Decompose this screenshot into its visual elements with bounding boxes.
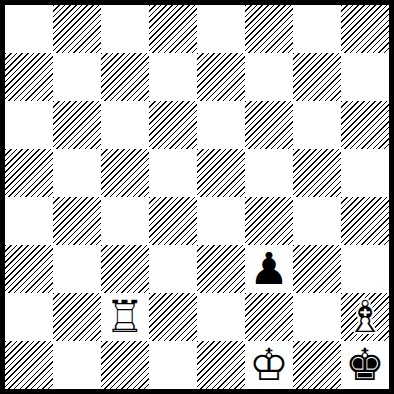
- square-b7[interactable]: [53, 53, 101, 101]
- square-a1[interactable]: [5, 341, 53, 389]
- square-h5[interactable]: [341, 149, 389, 197]
- white-king: ♚♔: [245, 341, 293, 389]
- square-c7[interactable]: [101, 53, 149, 101]
- square-c5[interactable]: [101, 149, 149, 197]
- white-king-glyph: ♔: [249, 341, 288, 389]
- square-c6[interactable]: [101, 101, 149, 149]
- square-f6[interactable]: [245, 101, 293, 149]
- square-g3[interactable]: [293, 245, 341, 293]
- square-b1[interactable]: [53, 341, 101, 389]
- square-e7[interactable]: [197, 53, 245, 101]
- square-f3[interactable]: ♟♟: [245, 245, 293, 293]
- square-f1[interactable]: ♚♔: [245, 341, 293, 389]
- square-d4[interactable]: [149, 197, 197, 245]
- white-rook: ♜♖: [101, 293, 149, 341]
- square-d1[interactable]: [149, 341, 197, 389]
- square-h8[interactable]: [341, 5, 389, 53]
- square-c2[interactable]: ♜♖: [101, 293, 149, 341]
- square-e6[interactable]: [197, 101, 245, 149]
- square-g1[interactable]: [293, 341, 341, 389]
- square-f7[interactable]: [245, 53, 293, 101]
- chess-diagram: ♟♟♜♖♝♗♚♔♚♚: [0, 0, 394, 394]
- white-bishop: ♝♗: [341, 293, 389, 341]
- square-a4[interactable]: [5, 197, 53, 245]
- square-g5[interactable]: [293, 149, 341, 197]
- square-e4[interactable]: [197, 197, 245, 245]
- square-c1[interactable]: [101, 341, 149, 389]
- square-f2[interactable]: [245, 293, 293, 341]
- black-king: ♚♚: [341, 341, 389, 389]
- square-b4[interactable]: [53, 197, 101, 245]
- square-e1[interactable]: [197, 341, 245, 389]
- square-d2[interactable]: [149, 293, 197, 341]
- black-king-glyph: ♚: [345, 341, 384, 389]
- square-h1[interactable]: ♚♚: [341, 341, 389, 389]
- square-f4[interactable]: [245, 197, 293, 245]
- square-a3[interactable]: [5, 245, 53, 293]
- square-a6[interactable]: [5, 101, 53, 149]
- black-pawn: ♟♟: [245, 245, 293, 293]
- square-g4[interactable]: [293, 197, 341, 245]
- square-a7[interactable]: [5, 53, 53, 101]
- square-a8[interactable]: [5, 5, 53, 53]
- square-a2[interactable]: [5, 293, 53, 341]
- square-b2[interactable]: [53, 293, 101, 341]
- square-h6[interactable]: [341, 101, 389, 149]
- chess-board: ♟♟♜♖♝♗♚♔♚♚: [0, 0, 394, 394]
- square-b6[interactable]: [53, 101, 101, 149]
- square-g2[interactable]: [293, 293, 341, 341]
- square-h7[interactable]: [341, 53, 389, 101]
- square-b5[interactable]: [53, 149, 101, 197]
- square-e2[interactable]: [197, 293, 245, 341]
- black-pawn-glyph: ♟: [249, 245, 288, 293]
- square-g8[interactable]: [293, 5, 341, 53]
- square-h2[interactable]: ♝♗: [341, 293, 389, 341]
- square-a5[interactable]: [5, 149, 53, 197]
- square-d7[interactable]: [149, 53, 197, 101]
- square-d6[interactable]: [149, 101, 197, 149]
- square-c3[interactable]: [101, 245, 149, 293]
- square-b3[interactable]: [53, 245, 101, 293]
- square-e8[interactable]: [197, 5, 245, 53]
- square-c4[interactable]: [101, 197, 149, 245]
- square-b8[interactable]: [53, 5, 101, 53]
- square-g6[interactable]: [293, 101, 341, 149]
- square-e3[interactable]: [197, 245, 245, 293]
- square-f8[interactable]: [245, 5, 293, 53]
- square-c8[interactable]: [101, 5, 149, 53]
- square-f5[interactable]: [245, 149, 293, 197]
- square-g7[interactable]: [293, 53, 341, 101]
- white-bishop-glyph: ♗: [345, 293, 384, 341]
- square-d5[interactable]: [149, 149, 197, 197]
- square-h3[interactable]: [341, 245, 389, 293]
- square-d8[interactable]: [149, 5, 197, 53]
- square-d3[interactable]: [149, 245, 197, 293]
- square-e5[interactable]: [197, 149, 245, 197]
- white-rook-glyph: ♖: [105, 293, 144, 341]
- square-h4[interactable]: [341, 197, 389, 245]
